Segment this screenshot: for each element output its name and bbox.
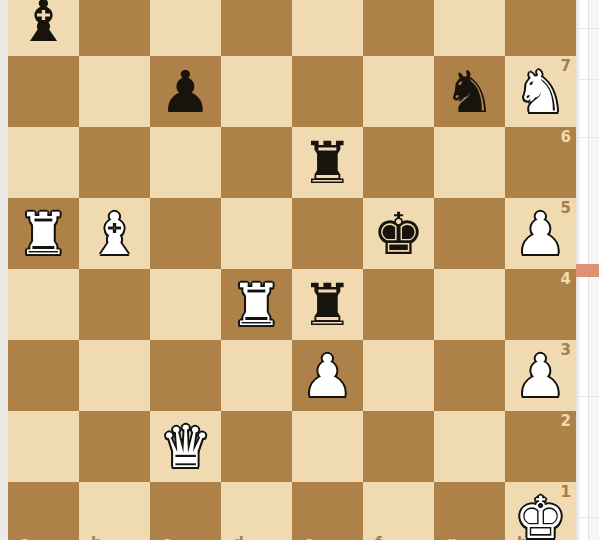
square-e4[interactable]: ♜ [292, 269, 363, 340]
square-e2[interactable] [292, 411, 363, 482]
square-d3[interactable] [221, 340, 292, 411]
square-a8[interactable]: ♝ [8, 0, 79, 56]
square-b8[interactable] [79, 0, 150, 56]
side-panel [576, 0, 599, 540]
square-g2[interactable] [434, 411, 505, 482]
square-d8[interactable] [221, 0, 292, 56]
square-h5[interactable]: ♟5 [505, 198, 576, 269]
rank-label-7: 7 [561, 59, 571, 74]
square-a5[interactable]: ♜ [8, 198, 79, 269]
square-b6[interactable] [79, 127, 150, 198]
white-rook[interactable]: ♜ [8, 198, 79, 269]
square-c7[interactable]: ♟ [150, 56, 221, 127]
square-e5[interactable] [292, 198, 363, 269]
white-bishop[interactable]: ♝ [79, 198, 150, 269]
black-bishop[interactable]: ♝ [8, 0, 79, 56]
square-a7[interactable] [8, 56, 79, 127]
rank-label-8: 8 [561, 0, 571, 3]
white-rook[interactable]: ♜ [221, 269, 292, 340]
rank-label-5: 5 [561, 201, 571, 216]
rank-label-6: 6 [561, 130, 571, 145]
square-b1[interactable]: b [79, 482, 150, 540]
file-label-a: a [20, 536, 30, 540]
file-label-b: b [91, 536, 102, 540]
square-f7[interactable] [363, 56, 434, 127]
rank-label-4: 4 [561, 272, 571, 287]
file-label-f: f [375, 536, 382, 540]
square-f1[interactable]: f [363, 482, 434, 540]
square-c4[interactable] [150, 269, 221, 340]
square-f3[interactable] [363, 340, 434, 411]
square-c5[interactable] [150, 198, 221, 269]
square-d7[interactable] [221, 56, 292, 127]
square-b3[interactable] [79, 340, 150, 411]
square-e3[interactable]: ♟ [292, 340, 363, 411]
square-a2[interactable] [8, 411, 79, 482]
square-e8[interactable] [292, 0, 363, 56]
square-c6[interactable] [150, 127, 221, 198]
square-d5[interactable] [221, 198, 292, 269]
square-c2[interactable]: ♛ [150, 411, 221, 482]
file-label-c: c [162, 536, 171, 540]
square-b7[interactable] [79, 56, 150, 127]
square-h7[interactable]: ♞7 [505, 56, 576, 127]
black-rook[interactable]: ♜ [292, 127, 363, 198]
square-h8[interactable]: 8 [505, 0, 576, 56]
panel-row-separator [576, 137, 599, 138]
square-e1[interactable]: e [292, 482, 363, 540]
rank-label-1: 1 [561, 485, 571, 500]
square-f8[interactable] [363, 0, 434, 56]
black-rook[interactable]: ♜ [292, 269, 363, 340]
square-e7[interactable] [292, 56, 363, 127]
square-c1[interactable]: c [150, 482, 221, 540]
square-d4[interactable]: ♜ [221, 269, 292, 340]
square-a1[interactable]: a [8, 482, 79, 540]
rank-label-2: 2 [561, 414, 571, 429]
square-h3[interactable]: ♟3 [505, 340, 576, 411]
file-label-e: e [304, 536, 314, 540]
black-pawn[interactable]: ♟ [150, 56, 221, 127]
square-g6[interactable] [434, 127, 505, 198]
square-b2[interactable] [79, 411, 150, 482]
panel-row-separator [576, 517, 599, 518]
square-h6[interactable]: 6 [505, 127, 576, 198]
white-pawn[interactable]: ♟ [292, 340, 363, 411]
square-d6[interactable] [221, 127, 292, 198]
square-e6[interactable]: ♜ [292, 127, 363, 198]
square-b5[interactable]: ♝ [79, 198, 150, 269]
square-f4[interactable] [363, 269, 434, 340]
rank-label-3: 3 [561, 343, 571, 358]
square-a3[interactable] [8, 340, 79, 411]
square-f2[interactable] [363, 411, 434, 482]
square-c3[interactable] [150, 340, 221, 411]
square-f6[interactable] [363, 127, 434, 198]
square-h1[interactable]: ♚1h [505, 482, 576, 540]
square-a6[interactable] [8, 127, 79, 198]
square-g7[interactable]: ♞ [434, 56, 505, 127]
file-label-g: g [446, 536, 457, 540]
file-label-d: d [233, 536, 244, 540]
square-c8[interactable] [150, 0, 221, 56]
file-label-h: h [517, 536, 528, 540]
square-h4[interactable]: 4 [505, 269, 576, 340]
white-queen[interactable]: ♛ [150, 411, 221, 482]
black-king[interactable]: ♚ [363, 198, 434, 269]
panel-row-separator [576, 396, 599, 397]
chess-board: ♝8♟♞♞7♜6♜♝♚♟5♜♜4♟♟3♛2abcdefg♚1h [8, 0, 576, 540]
square-b4[interactable] [79, 269, 150, 340]
square-g8[interactable] [434, 0, 505, 56]
square-g3[interactable] [434, 340, 505, 411]
square-g4[interactable] [434, 269, 505, 340]
square-g1[interactable]: g [434, 482, 505, 540]
panel-row-separator [576, 28, 599, 29]
square-d2[interactable] [221, 411, 292, 482]
black-knight[interactable]: ♞ [434, 56, 505, 127]
square-a4[interactable] [8, 269, 79, 340]
chess-app-viewport: ♝8♟♞♞7♜6♜♝♚♟5♜♜4♟♟3♛2abcdefg♚1h [0, 0, 599, 540]
panel-row-separator [576, 79, 599, 80]
square-f5[interactable]: ♚ [363, 198, 434, 269]
panel-highlighted-row[interactable] [576, 264, 599, 277]
square-d1[interactable]: d [221, 482, 292, 540]
square-g5[interactable] [434, 198, 505, 269]
square-h2[interactable]: 2 [505, 411, 576, 482]
